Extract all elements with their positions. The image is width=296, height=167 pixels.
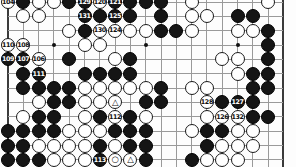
white-stone xyxy=(185,0,199,9)
white-stone xyxy=(108,139,122,153)
black-stone xyxy=(32,110,46,124)
black-stone-move-129: 129 xyxy=(78,0,92,9)
board-edge-line xyxy=(282,0,284,167)
black-stone xyxy=(154,95,168,109)
hoshi-point xyxy=(144,43,148,47)
black-stone xyxy=(62,52,76,66)
black-stone-move-127: 127 xyxy=(231,95,245,109)
black-stone xyxy=(154,81,168,95)
black-stone-move-131: 131 xyxy=(78,9,92,23)
white-stone xyxy=(78,153,92,167)
white-stone xyxy=(215,139,229,153)
go-board-diagram: 1041291201211311251301241101081091071061… xyxy=(0,0,296,167)
black-stone xyxy=(32,153,46,167)
white-stone xyxy=(47,0,61,9)
circle-mark-icon: ○ xyxy=(112,155,119,164)
black-stone xyxy=(62,95,76,109)
black-stone xyxy=(200,139,214,153)
white-stone xyxy=(62,124,76,138)
white-stone xyxy=(93,124,107,138)
black-stone xyxy=(246,67,260,81)
black-stone xyxy=(16,139,30,153)
white-stone xyxy=(78,110,92,124)
hoshi-point xyxy=(236,43,240,47)
black-stone xyxy=(78,67,92,81)
white-stone xyxy=(78,81,92,95)
black-stone-move-109: 109 xyxy=(1,52,15,66)
black-stone xyxy=(47,81,61,95)
black-stone-move-125: 125 xyxy=(108,9,122,23)
black-stone xyxy=(16,153,30,167)
black-stone xyxy=(16,67,30,81)
black-stone xyxy=(261,52,275,66)
white-stone xyxy=(200,9,214,23)
white-stone xyxy=(93,38,107,52)
white-stone xyxy=(78,95,92,109)
white-stone xyxy=(78,124,92,138)
black-stone xyxy=(16,124,30,138)
black-stone xyxy=(215,124,229,138)
black-stone xyxy=(261,81,275,95)
white-stone xyxy=(16,9,30,23)
white-stone xyxy=(246,139,260,153)
white-stone xyxy=(108,81,122,95)
white-stone xyxy=(32,9,46,23)
black-stone xyxy=(62,81,76,95)
white-stone xyxy=(93,95,107,109)
black-stone xyxy=(261,38,275,52)
black-stone-move-113: 113 xyxy=(93,153,107,167)
white-stone-move-124: 124 xyxy=(108,24,122,38)
black-stone xyxy=(123,124,137,138)
white-stone-circle-marked: ○ xyxy=(108,153,122,167)
black-stone xyxy=(47,110,61,124)
black-stone xyxy=(246,95,260,109)
white-stone xyxy=(139,110,153,124)
black-stone xyxy=(154,24,168,38)
white-stone xyxy=(231,139,245,153)
black-stone xyxy=(123,0,137,9)
black-stone xyxy=(139,153,153,167)
black-stone xyxy=(246,9,260,23)
hoshi-point xyxy=(52,43,56,47)
black-stone xyxy=(185,153,199,167)
white-stone xyxy=(246,124,260,138)
white-stone xyxy=(32,0,46,9)
black-stone xyxy=(215,95,229,109)
black-stone xyxy=(47,95,61,109)
black-stone xyxy=(123,139,137,153)
white-stone-triangle-marked: △ xyxy=(108,95,122,109)
black-stone xyxy=(16,81,30,95)
black-stone xyxy=(93,110,107,124)
white-stone xyxy=(62,24,76,38)
black-stone xyxy=(62,0,76,9)
white-stone-move-132: 132 xyxy=(231,110,245,124)
black-stone xyxy=(47,124,61,138)
white-stone xyxy=(123,24,137,38)
white-stone xyxy=(231,67,245,81)
white-stone xyxy=(62,139,76,153)
black-stone xyxy=(261,110,275,124)
black-stone xyxy=(1,139,15,153)
black-stone xyxy=(123,110,137,124)
black-stone xyxy=(154,9,168,23)
white-stone xyxy=(231,153,245,167)
white-stone xyxy=(185,81,199,95)
white-stone xyxy=(139,81,153,95)
white-stone-move-110: 110 xyxy=(1,38,15,52)
black-stone xyxy=(1,124,15,138)
white-stone xyxy=(108,52,122,66)
white-stone xyxy=(185,9,199,23)
black-stone-move-111: 111 xyxy=(32,67,46,81)
black-stone xyxy=(246,81,260,95)
black-stone xyxy=(261,24,275,38)
black-stone xyxy=(123,67,137,81)
white-stone xyxy=(261,0,275,9)
white-stone xyxy=(185,124,199,138)
white-stone-move-128: 128 xyxy=(200,95,214,109)
white-stone xyxy=(200,153,214,167)
black-stone-move-121: 121 xyxy=(108,0,122,9)
black-stone xyxy=(231,9,245,23)
black-stone xyxy=(169,24,183,38)
white-stone-move-108: 108 xyxy=(16,38,30,52)
white-stone-move-112: 112 xyxy=(108,110,122,124)
white-stone-move-126: 126 xyxy=(215,110,229,124)
black-stone xyxy=(123,9,137,23)
white-stone xyxy=(200,81,214,95)
white-stone xyxy=(47,139,61,153)
white-stone xyxy=(123,81,137,95)
white-stone xyxy=(246,24,260,38)
white-stone xyxy=(78,38,92,52)
white-stone xyxy=(47,153,61,167)
white-stone-move-130: 130 xyxy=(93,24,107,38)
white-stone xyxy=(231,24,245,38)
white-stone xyxy=(93,81,107,95)
black-stone xyxy=(93,67,107,81)
white-stone-move-106: 106 xyxy=(32,52,46,66)
black-stone xyxy=(93,139,107,153)
black-stone xyxy=(32,124,46,138)
black-stone xyxy=(16,0,30,9)
white-stone-triangle-marked: △ xyxy=(123,153,137,167)
white-stone xyxy=(16,110,30,124)
black-stone xyxy=(246,110,260,124)
black-stone xyxy=(139,0,153,9)
white-stone xyxy=(215,52,229,66)
black-stone xyxy=(139,95,153,109)
white-stone xyxy=(185,24,199,38)
black-stone xyxy=(108,124,122,138)
black-stone xyxy=(139,124,153,138)
white-stone-move-104: 104 xyxy=(1,0,15,9)
white-stone xyxy=(32,95,46,109)
white-stone-move-120: 120 xyxy=(93,0,107,9)
black-stone-move-107: 107 xyxy=(16,52,30,66)
black-stone xyxy=(108,67,122,81)
white-stone xyxy=(32,139,46,153)
white-stone xyxy=(215,153,229,167)
white-stone xyxy=(78,139,92,153)
black-stone xyxy=(1,153,15,167)
triangle-mark-icon: △ xyxy=(127,155,133,164)
black-stone xyxy=(78,24,92,38)
black-stone xyxy=(139,139,153,153)
triangle-mark-icon: △ xyxy=(112,98,118,107)
black-stone xyxy=(93,9,107,23)
black-stone xyxy=(200,124,214,138)
white-stone xyxy=(200,110,214,124)
white-stone xyxy=(231,52,245,66)
white-stone xyxy=(231,124,245,138)
black-stone xyxy=(154,0,168,9)
black-stone xyxy=(261,67,275,81)
white-stone xyxy=(139,24,153,38)
black-stone xyxy=(123,52,137,66)
white-stone xyxy=(62,153,76,167)
black-stone xyxy=(32,81,46,95)
